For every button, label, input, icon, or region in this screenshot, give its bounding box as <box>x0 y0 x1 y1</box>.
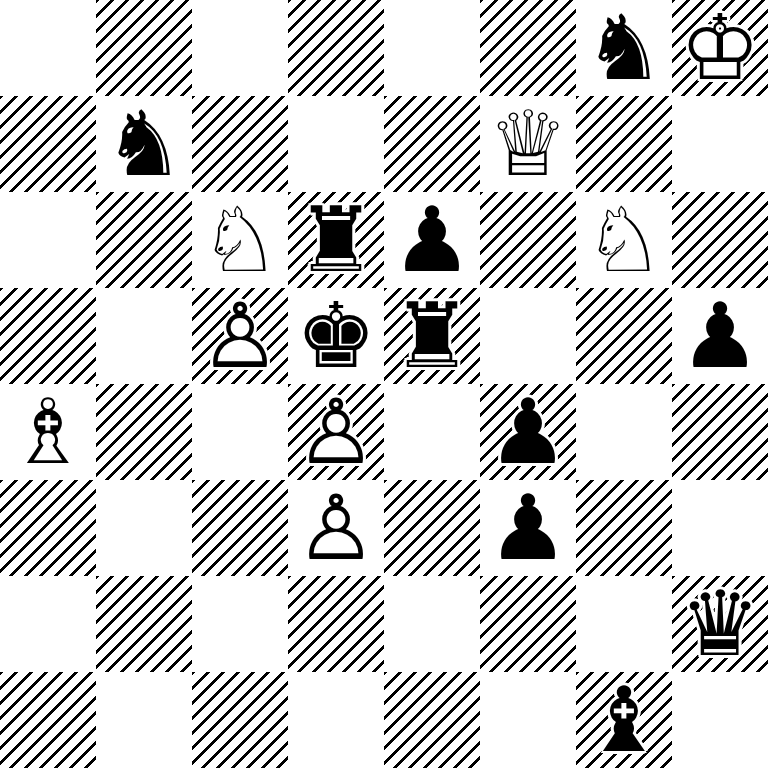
square-d3[interactable]: ♟♙ <box>288 480 384 576</box>
square-b4[interactable] <box>96 384 192 480</box>
square-g4[interactable] <box>576 384 672 480</box>
black-knight: ♞ <box>96 96 192 192</box>
square-f3[interactable]: ♟ <box>480 480 576 576</box>
white-pawn: ♙ <box>288 480 384 576</box>
white-knight: ♘ <box>576 192 672 288</box>
square-a6[interactable] <box>0 192 96 288</box>
square-a1[interactable] <box>0 672 96 768</box>
square-b8[interactable] <box>96 0 192 96</box>
square-h1[interactable] <box>672 672 768 768</box>
square-g6[interactable]: ♞♘ <box>576 192 672 288</box>
square-f8[interactable] <box>480 0 576 96</box>
square-h8[interactable]: ♚♔ <box>672 0 768 96</box>
square-f6[interactable] <box>480 192 576 288</box>
white-bishop: ♗ <box>0 384 96 480</box>
square-d4[interactable]: ♟♙ <box>288 384 384 480</box>
square-e1[interactable] <box>384 672 480 768</box>
black-knight: ♞ <box>576 0 672 96</box>
square-c2[interactable] <box>192 576 288 672</box>
square-e4[interactable] <box>384 384 480 480</box>
square-c4[interactable] <box>192 384 288 480</box>
white-king-fill: ♚ <box>672 0 768 96</box>
square-a8[interactable] <box>0 0 96 96</box>
square-h7[interactable] <box>672 96 768 192</box>
white-pawn-fill: ♟ <box>288 384 384 480</box>
black-rook: ♜ <box>288 192 384 288</box>
black-pawn: ♟ <box>480 384 576 480</box>
square-h3[interactable] <box>672 480 768 576</box>
square-h4[interactable] <box>672 384 768 480</box>
square-h6[interactable] <box>672 192 768 288</box>
square-c1[interactable] <box>192 672 288 768</box>
square-d5[interactable]: ♚ <box>288 288 384 384</box>
black-bishop: ♝ <box>576 672 672 768</box>
square-h5[interactable]: ♟ <box>672 288 768 384</box>
square-g3[interactable] <box>576 480 672 576</box>
square-b1[interactable] <box>96 672 192 768</box>
square-b3[interactable] <box>96 480 192 576</box>
square-b6[interactable] <box>96 192 192 288</box>
white-queen-fill: ♛ <box>480 96 576 192</box>
chess-board: ♞♚♔♞♛♕♞♘♜♟♞♘♟♙♚♜♟♝♗♟♙♟♟♙♟♛♝ <box>0 0 768 768</box>
white-king: ♔ <box>672 0 768 96</box>
square-c6[interactable]: ♞♘ <box>192 192 288 288</box>
square-d8[interactable] <box>288 0 384 96</box>
square-f7[interactable]: ♛♕ <box>480 96 576 192</box>
white-knight-fill: ♞ <box>192 192 288 288</box>
square-d7[interactable] <box>288 96 384 192</box>
square-c5[interactable]: ♟♙ <box>192 288 288 384</box>
black-king: ♚ <box>288 288 384 384</box>
square-d2[interactable] <box>288 576 384 672</box>
square-f5[interactable] <box>480 288 576 384</box>
square-e3[interactable] <box>384 480 480 576</box>
square-d1[interactable] <box>288 672 384 768</box>
square-a4[interactable]: ♝♗ <box>0 384 96 480</box>
square-f2[interactable] <box>480 576 576 672</box>
square-g1[interactable]: ♝ <box>576 672 672 768</box>
square-f4[interactable]: ♟ <box>480 384 576 480</box>
square-c3[interactable] <box>192 480 288 576</box>
white-pawn-fill: ♟ <box>288 480 384 576</box>
square-h2[interactable]: ♛ <box>672 576 768 672</box>
square-b2[interactable] <box>96 576 192 672</box>
square-d6[interactable]: ♜ <box>288 192 384 288</box>
square-c7[interactable] <box>192 96 288 192</box>
black-rook: ♜ <box>384 288 480 384</box>
square-g7[interactable] <box>576 96 672 192</box>
square-g5[interactable] <box>576 288 672 384</box>
white-pawn-fill: ♟ <box>192 288 288 384</box>
white-pawn: ♙ <box>288 384 384 480</box>
square-e7[interactable] <box>384 96 480 192</box>
square-a3[interactable] <box>0 480 96 576</box>
black-pawn: ♟ <box>672 288 768 384</box>
square-g2[interactable] <box>576 576 672 672</box>
black-pawn: ♟ <box>480 480 576 576</box>
white-knight: ♘ <box>192 192 288 288</box>
black-queen: ♛ <box>672 576 768 672</box>
square-e8[interactable] <box>384 0 480 96</box>
black-pawn: ♟ <box>384 192 480 288</box>
square-e2[interactable] <box>384 576 480 672</box>
square-a2[interactable] <box>0 576 96 672</box>
square-g8[interactable]: ♞ <box>576 0 672 96</box>
square-b5[interactable] <box>96 288 192 384</box>
square-a7[interactable] <box>0 96 96 192</box>
square-b7[interactable]: ♞ <box>96 96 192 192</box>
white-pawn: ♙ <box>192 288 288 384</box>
square-e5[interactable]: ♜ <box>384 288 480 384</box>
square-a5[interactable] <box>0 288 96 384</box>
square-f1[interactable] <box>480 672 576 768</box>
white-queen: ♕ <box>480 96 576 192</box>
white-knight-fill: ♞ <box>576 192 672 288</box>
white-bishop-fill: ♝ <box>0 384 96 480</box>
square-e6[interactable]: ♟ <box>384 192 480 288</box>
square-c8[interactable] <box>192 0 288 96</box>
